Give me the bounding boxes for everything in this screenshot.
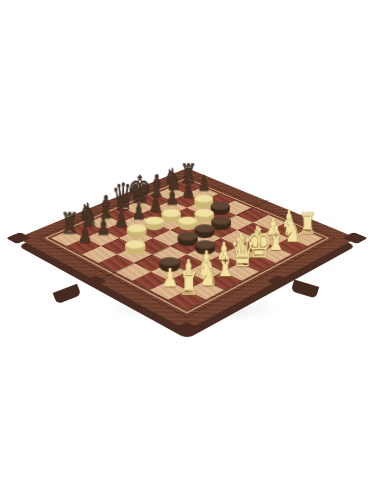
disc-top xyxy=(211,217,231,226)
piece-dark-bishop-c8: ♝ xyxy=(89,188,122,223)
piece-dark-pawn-h7: ♟ xyxy=(188,170,219,194)
rook-glyph: ♜ xyxy=(178,267,199,300)
board-stage: ♜♞♝♛♚♝♞♜♟♟♟♟♟♟♟♟♟♟♟♟♟♟♟♟♜♞♝♛♚♝♞♜ xyxy=(67,118,307,358)
disc-side xyxy=(194,213,213,223)
piece-dark-pawn-e7: ♟ xyxy=(139,191,172,216)
pieces-layer: ♜♞♝♛♚♝♞♜♟♟♟♟♟♟♟♟♟♟♟♟♟♟♟♟♜♞♝♛♚♝♞♜ xyxy=(17,168,356,330)
disc-side xyxy=(211,206,230,216)
rook-glyph: ♜ xyxy=(298,209,317,239)
piece-cream-rook-h1: ♜ xyxy=(290,208,324,239)
piece-dark-bishop-f8: ♝ xyxy=(141,168,173,202)
pawn-glyph: ♟ xyxy=(250,223,265,247)
knight-glyph: ♞ xyxy=(196,255,218,290)
knight-glyph: ♞ xyxy=(281,214,302,247)
checker-disc-dark-f4 xyxy=(211,217,231,231)
pawn-glyph: ♟ xyxy=(266,215,281,238)
piece-cream-bishop-c1: ♝ xyxy=(207,243,244,282)
pawn-glyph: ♟ xyxy=(165,186,179,208)
disc-top xyxy=(195,240,216,249)
piece-dark-queen-d8: ♛ xyxy=(107,175,140,215)
pawn-glyph: ♟ xyxy=(199,248,215,273)
checker-disc-dark-g5 xyxy=(211,202,230,215)
piece-dark-king-e8: ♚ xyxy=(124,167,156,209)
piece-cream-pawn-f2: ♟ xyxy=(240,220,275,246)
queen-glyph: ♛ xyxy=(229,231,255,272)
pawn-glyph: ♟ xyxy=(132,200,146,223)
bishop-glyph: ♝ xyxy=(214,247,236,282)
pawn-glyph: ♟ xyxy=(197,173,211,195)
piece-cream-king-e1: ♚ xyxy=(242,218,277,264)
piece-dark-knight-g8: ♞ xyxy=(157,161,188,194)
knight-glyph: ♞ xyxy=(163,164,182,194)
product-photo-scene: ♜♞♝♛♚♝♞♜♟♟♟♟♟♟♟♟♟♟♟♟♟♟♟♟♜♞♝♛♚♝♞♜ xyxy=(0,0,375,500)
pawn-glyph: ♟ xyxy=(282,208,297,231)
queen-glyph: ♛ xyxy=(111,178,135,216)
piece-cream-pawn-a2: ♟ xyxy=(152,262,189,290)
disc-side xyxy=(194,199,213,208)
bishop-glyph: ♝ xyxy=(96,191,116,223)
piece-cream-knight-g1: ♞ xyxy=(275,210,310,247)
piece-cream-bishop-f1: ♝ xyxy=(258,218,293,255)
checker-disc-dark-d4 xyxy=(178,232,198,246)
rook-glyph: ♜ xyxy=(180,160,197,187)
piece-cream-knight-b1: ♞ xyxy=(189,252,226,291)
bishop-glyph: ♝ xyxy=(147,171,166,201)
disc-top xyxy=(125,240,146,249)
checker-disc-cream-f5 xyxy=(194,209,213,223)
bishop-glyph: ♝ xyxy=(265,222,286,255)
pawn-glyph: ♟ xyxy=(181,256,197,281)
piece-cream-pawn-c2: ♟ xyxy=(188,245,224,273)
piece-dark-pawn-g7: ♟ xyxy=(172,177,204,201)
disc-side xyxy=(211,221,231,231)
checker-disc-cream-b5 xyxy=(125,240,146,254)
piece-dark-pawn-f7: ♟ xyxy=(156,184,188,209)
disc-top xyxy=(211,202,230,211)
king-glyph: ♚ xyxy=(246,222,273,264)
piece-cream-rook-a1: ♜ xyxy=(170,266,208,300)
piece-cream-pawn-h2: ♟ xyxy=(272,205,306,231)
chess-board: ♜♞♝♛♚♝♞♜♟♟♟♟♟♟♟♟♟♟♟♟♟♟♟♟♜♞♝♛♚♝♞♜ xyxy=(17,168,356,330)
piece-dark-rook-h8: ♜ xyxy=(173,159,204,187)
